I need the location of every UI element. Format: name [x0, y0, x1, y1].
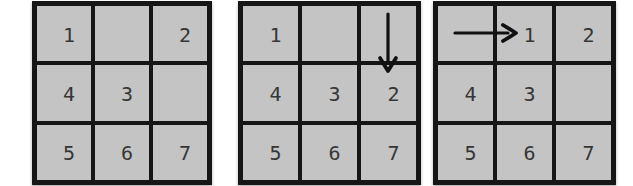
board3-tile-r1c0[interactable]: 4 — [438, 65, 493, 120]
board2-tile-r2c1[interactable]: 6 — [302, 125, 357, 180]
board2-tile-r2c2[interactable]: 7 — [361, 125, 416, 180]
board1-tile-r0c2[interactable]: 2 — [153, 6, 207, 61]
board2-blank-r0c1 — [302, 6, 357, 61]
board-initial-state: 1 2 4 3 5 6 7 — [32, 1, 212, 185]
board-successor-tile2-down: 1 4 3 2 5 6 7 — [238, 1, 421, 185]
board1-blank-r1c2 — [153, 65, 207, 120]
board3-tile-r2c1[interactable]: 6 — [497, 125, 552, 180]
board1-tile-r0c0[interactable]: 1 — [37, 6, 91, 61]
puzzle-figure: 1 2 4 3 5 6 7 1 4 3 2 5 6 7 1 2 4 3 5 6 … — [0, 0, 633, 186]
board3-blank-r0c0 — [438, 6, 493, 61]
board2-tile-r1c1[interactable]: 3 — [302, 65, 357, 120]
board3-tile-r0c1[interactable]: 1 — [497, 6, 552, 61]
board2-tile-r1c0[interactable]: 4 — [243, 65, 298, 120]
board2-tile-r0c0[interactable]: 1 — [243, 6, 298, 61]
board1-tile-r1c1[interactable]: 3 — [95, 65, 149, 120]
board3-blank-r1c2 — [556, 65, 611, 120]
board2-tile-r1c2[interactable]: 2 — [361, 65, 416, 120]
board3-tile-r2c2[interactable]: 7 — [556, 125, 611, 180]
board3-tile-r1c1[interactable]: 3 — [497, 65, 552, 120]
board1-blank-r0c1 — [95, 6, 149, 61]
board1-tile-r2c2[interactable]: 7 — [153, 125, 207, 180]
board3-tile-r0c2[interactable]: 2 — [556, 6, 611, 61]
board2-blank-r0c2 — [361, 6, 416, 61]
board2-tile-r2c0[interactable]: 5 — [243, 125, 298, 180]
board1-tile-r1c0[interactable]: 4 — [37, 65, 91, 120]
board1-tile-r2c1[interactable]: 6 — [95, 125, 149, 180]
board3-tile-r2c0[interactable]: 5 — [438, 125, 493, 180]
board-successor-tile1-right: 1 2 4 3 5 6 7 — [433, 1, 616, 185]
board1-tile-r2c0[interactable]: 5 — [37, 125, 91, 180]
